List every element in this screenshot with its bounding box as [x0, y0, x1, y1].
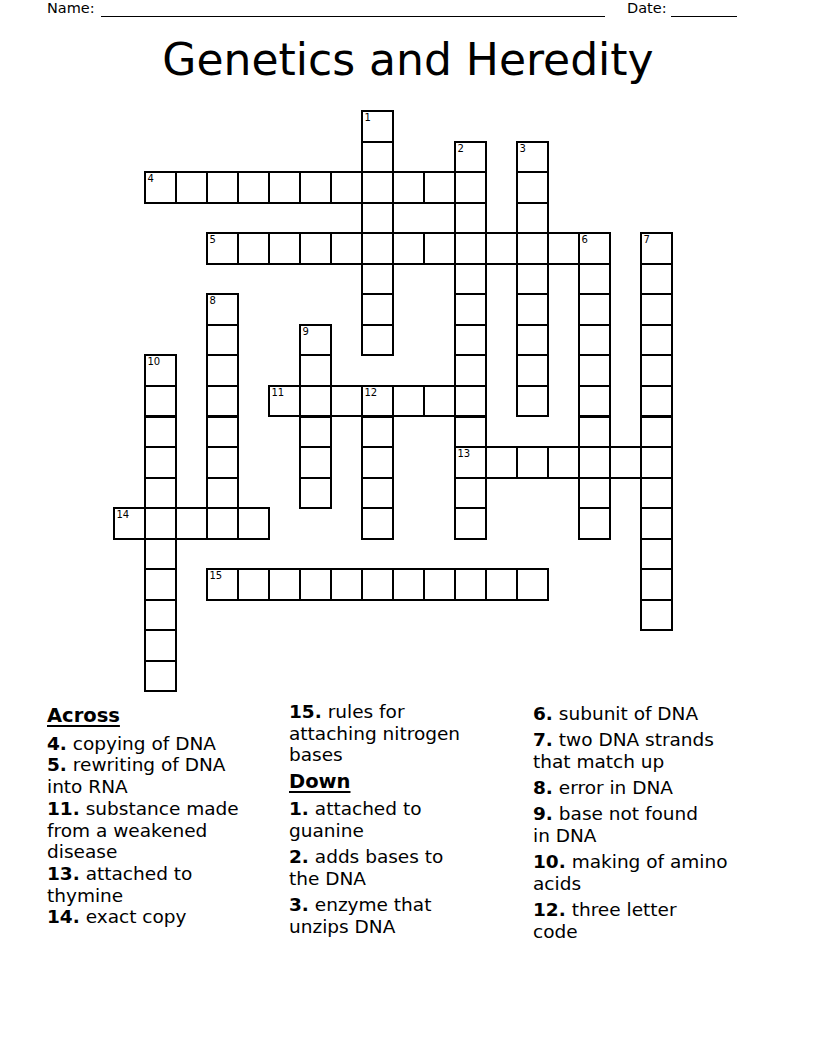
clue-number-label: 11: [272, 387, 285, 399]
grid-cell[interactable]: [237, 171, 270, 204]
clue-text: attached to guanine: [289, 798, 421, 841]
grid-cell[interactable]: [237, 507, 270, 540]
clue-7: 7. two DNA strands that match up: [533, 729, 781, 772]
grid-cell[interactable]: [578, 293, 611, 326]
grid-cell[interactable]: [578, 263, 611, 296]
clue-text: enzyme that unzips DNA: [289, 894, 431, 937]
grid-cell[interactable]: [454, 354, 487, 387]
clue-number: 13.: [47, 863, 80, 884]
grid-cell[interactable]: [454, 477, 487, 510]
grid-cell[interactable]: [578, 354, 611, 387]
clue-text: base not found in DNA: [533, 803, 698, 846]
grid-cell[interactable]: 9: [299, 324, 332, 357]
grid-cell[interactable]: [144, 507, 177, 540]
clue-number-label: 1: [365, 112, 371, 124]
grid-cell[interactable]: [485, 232, 518, 265]
grid-cell[interactable]: [299, 232, 332, 265]
clue-15: 15. rules for attaching nitrogen bases: [289, 701, 501, 766]
grid-cell[interactable]: [640, 446, 673, 479]
grid-cell[interactable]: [454, 293, 487, 326]
grid-cell[interactable]: [454, 232, 487, 265]
grid-cell[interactable]: [144, 446, 177, 479]
grid-cell[interactable]: [361, 324, 394, 357]
clue-number: 1.: [289, 798, 309, 819]
grid-cell[interactable]: [206, 477, 239, 510]
clue-9: 9. base not found in DNA: [533, 803, 781, 846]
grid-cell[interactable]: [640, 477, 673, 510]
page-title: Genetics and Heredity: [0, 32, 816, 88]
grid-cell[interactable]: [547, 232, 580, 265]
grid-cell[interactable]: [516, 324, 549, 357]
grid-cell[interactable]: [516, 354, 549, 387]
grid-cell[interactable]: [578, 416, 611, 449]
grid-cell[interactable]: [361, 568, 394, 601]
grid-cell[interactable]: 3: [516, 141, 549, 174]
clue-number-label: 13: [458, 448, 471, 460]
clue-number: 2.: [289, 846, 309, 867]
grid-cell[interactable]: 10: [144, 354, 177, 387]
grid-cell[interactable]: [485, 446, 518, 479]
grid-cell[interactable]: [175, 171, 208, 204]
clue-10: 10. making of amino acids: [533, 851, 781, 894]
grid-cell[interactable]: [299, 477, 332, 510]
clue-12: 12. three letter code: [533, 899, 781, 942]
grid-cell[interactable]: [640, 385, 673, 418]
grid-cell[interactable]: [361, 171, 394, 204]
grid-cell[interactable]: 14: [113, 507, 146, 540]
name-blank-line[interactable]: [101, 1, 605, 17]
clue-number-label: 5: [210, 234, 216, 246]
grid-cell[interactable]: [330, 171, 363, 204]
clue-number: 8.: [533, 777, 553, 798]
clue-number-label: 7: [644, 234, 650, 246]
clue-text: copying of DNA: [73, 733, 216, 754]
clue-number: 10.: [533, 851, 566, 872]
grid-cell[interactable]: [206, 507, 239, 540]
clue-number: 12.: [533, 899, 566, 920]
grid-cell[interactable]: [237, 568, 270, 601]
grid-cell[interactable]: [640, 416, 673, 449]
grid-cell[interactable]: [299, 354, 332, 387]
clue-number: 15.: [289, 701, 322, 722]
clue-number-label: 4: [148, 173, 154, 185]
grid-cell[interactable]: [392, 385, 425, 418]
grid-cell[interactable]: [361, 232, 394, 265]
grid-cell[interactable]: [578, 446, 611, 479]
grid-cell[interactable]: 11: [268, 385, 301, 418]
grid-cell[interactable]: 15: [206, 568, 239, 601]
grid-cell[interactable]: [206, 416, 239, 449]
grid-cell[interactable]: [578, 324, 611, 357]
grid-cell[interactable]: [361, 477, 394, 510]
grid-cell[interactable]: [144, 599, 177, 632]
grid-cell[interactable]: [206, 324, 239, 357]
grid-cell[interactable]: [144, 629, 177, 662]
grid-cell[interactable]: [144, 568, 177, 601]
grid-cell[interactable]: [330, 568, 363, 601]
grid-cell[interactable]: [578, 507, 611, 540]
grid-cell[interactable]: 13: [454, 446, 487, 479]
grid-cell[interactable]: [516, 202, 549, 235]
grid-cell[interactable]: [578, 477, 611, 510]
grid-cell[interactable]: [361, 202, 394, 235]
crossword-grid: 121334567891011121415: [114, 111, 672, 692]
clue-3: 3. enzyme that unzips DNA: [289, 894, 501, 937]
grid-cell[interactable]: [516, 263, 549, 296]
clue-number: 3.: [289, 894, 309, 915]
clue-5: 5. rewriting of DNA into RNA: [47, 754, 287, 797]
clue-column-2: 15. rules for attaching nitrogen basesDo…: [289, 701, 501, 942]
grid-cell[interactable]: [578, 385, 611, 418]
clue-number: 9.: [533, 803, 553, 824]
grid-cell[interactable]: [516, 446, 549, 479]
clue-number: 5.: [47, 754, 67, 775]
grid-cell[interactable]: [547, 446, 580, 479]
grid-cell[interactable]: 7: [640, 232, 673, 265]
clue-text: rewriting of DNA into RNA: [47, 754, 225, 797]
grid-cell[interactable]: [423, 568, 456, 601]
grid-cell[interactable]: [361, 446, 394, 479]
grid-cell[interactable]: [299, 416, 332, 449]
date-label: Date:: [627, 0, 667, 17]
grid-cell[interactable]: [299, 385, 332, 418]
clue-number-label: 6: [582, 234, 588, 246]
grid-cell[interactable]: [640, 507, 673, 540]
grid-cell[interactable]: [144, 538, 177, 571]
grid-cell[interactable]: [330, 385, 363, 418]
grid-cell[interactable]: [361, 263, 394, 296]
clue-number: 14.: [47, 906, 80, 927]
clues-heading-down: Down: [289, 771, 501, 793]
grid-cell[interactable]: [454, 171, 487, 204]
name-label: Name:: [47, 0, 95, 17]
grid-cell[interactable]: [423, 385, 456, 418]
grid-cell[interactable]: 1: [361, 110, 394, 143]
grid-cell[interactable]: [206, 446, 239, 479]
grid-cell[interactable]: [175, 507, 208, 540]
grid-cell[interactable]: [144, 416, 177, 449]
grid-cell[interactable]: 5: [206, 232, 239, 265]
grid-cell[interactable]: [237, 232, 270, 265]
clue-1: 1. attached to guanine: [289, 798, 501, 841]
grid-cell[interactable]: [454, 385, 487, 418]
clue-13: 13. attached to thymine: [47, 863, 287, 906]
grid-cell[interactable]: [206, 354, 239, 387]
grid-cell[interactable]: [640, 354, 673, 387]
grid-cell[interactable]: [144, 477, 177, 510]
grid-cell[interactable]: [516, 568, 549, 601]
grid-cell[interactable]: [361, 507, 394, 540]
grid-cell[interactable]: [640, 568, 673, 601]
grid-cell[interactable]: [206, 171, 239, 204]
grid-cell[interactable]: [640, 263, 673, 296]
clue-number-label: 9: [303, 326, 309, 338]
grid-cell[interactable]: 12: [361, 385, 394, 418]
grid-cell[interactable]: [392, 568, 425, 601]
grid-cell[interactable]: [392, 171, 425, 204]
grid-cell[interactable]: [299, 171, 332, 204]
clue-number-label: 3: [520, 143, 526, 155]
grid-cell[interactable]: [268, 232, 301, 265]
grid-cell[interactable]: [516, 232, 549, 265]
grid-cell[interactable]: [299, 446, 332, 479]
grid-cell[interactable]: [640, 599, 673, 632]
grid-cell[interactable]: 2: [454, 141, 487, 174]
grid-cell[interactable]: [516, 385, 549, 418]
date-blank-line[interactable]: [671, 1, 737, 17]
clue-number: 6.: [533, 703, 553, 724]
worksheet-page: Name: Date: Genetics and Heredity 121334…: [0, 0, 816, 1056]
grid-cell[interactable]: [454, 202, 487, 235]
grid-cell[interactable]: [330, 232, 363, 265]
clue-text: two DNA strands that match up: [533, 729, 714, 772]
grid-cell[interactable]: [609, 446, 642, 479]
clue-11: 11. substance made from a weakened disea…: [47, 798, 287, 863]
grid-cell[interactable]: [392, 232, 425, 265]
clue-number-label: 15: [210, 570, 223, 582]
clue-number: 11.: [47, 798, 80, 819]
grid-cell[interactable]: [640, 293, 673, 326]
clue-6: 6. subunit of DNA: [533, 703, 781, 725]
clue-2: 2. adds bases to the DNA: [289, 846, 501, 889]
grid-cell[interactable]: 8: [206, 293, 239, 326]
clue-number: 4.: [47, 733, 67, 754]
grid-cell[interactable]: [423, 171, 456, 204]
grid-cell[interactable]: [640, 324, 673, 357]
clue-number: 7.: [533, 729, 553, 750]
grid-cell[interactable]: [206, 385, 239, 418]
clue-text: subunit of DNA: [559, 703, 698, 724]
grid-cell[interactable]: [361, 293, 394, 326]
grid-cell[interactable]: [516, 171, 549, 204]
clue-number-label: 12: [365, 387, 378, 399]
clue-4: 4. copying of DNA: [47, 733, 287, 755]
grid-cell[interactable]: [454, 263, 487, 296]
grid-cell[interactable]: [640, 538, 673, 571]
grid-cell[interactable]: [454, 568, 487, 601]
grid-cell[interactable]: [268, 171, 301, 204]
grid-cell[interactable]: 4: [144, 171, 177, 204]
clue-number-label: 8: [210, 295, 216, 307]
clue-number-label: 2: [458, 143, 464, 155]
clue-number-label: 10: [148, 356, 161, 368]
grid-cell[interactable]: [144, 660, 177, 693]
grid-cell[interactable]: [268, 568, 301, 601]
grid-cell[interactable]: [454, 324, 487, 357]
clues-heading-across: Across: [47, 705, 287, 727]
clue-column-1: Across4. copying of DNA5. rewriting of D…: [47, 705, 287, 928]
grid-cell[interactable]: [485, 568, 518, 601]
clue-text: adds bases to the DNA: [289, 846, 443, 889]
grid-cell[interactable]: [144, 385, 177, 418]
clue-number-label: 14: [117, 509, 130, 521]
grid-cell[interactable]: [361, 141, 394, 174]
clue-text: error in DNA: [559, 777, 673, 798]
grid-cell[interactable]: [361, 416, 394, 449]
grid-cell[interactable]: [423, 232, 456, 265]
grid-cell[interactable]: [454, 507, 487, 540]
grid-cell[interactable]: [516, 293, 549, 326]
grid-cell[interactable]: 6: [578, 232, 611, 265]
grid-cell[interactable]: [299, 568, 332, 601]
clue-text: exact copy: [86, 906, 187, 927]
clue-column-3: 6. subunit of DNA7. two DNA strands that…: [533, 703, 781, 947]
clue-8: 8. error in DNA: [533, 777, 781, 799]
clue-14: 14. exact copy: [47, 906, 287, 928]
grid-cell[interactable]: [454, 416, 487, 449]
